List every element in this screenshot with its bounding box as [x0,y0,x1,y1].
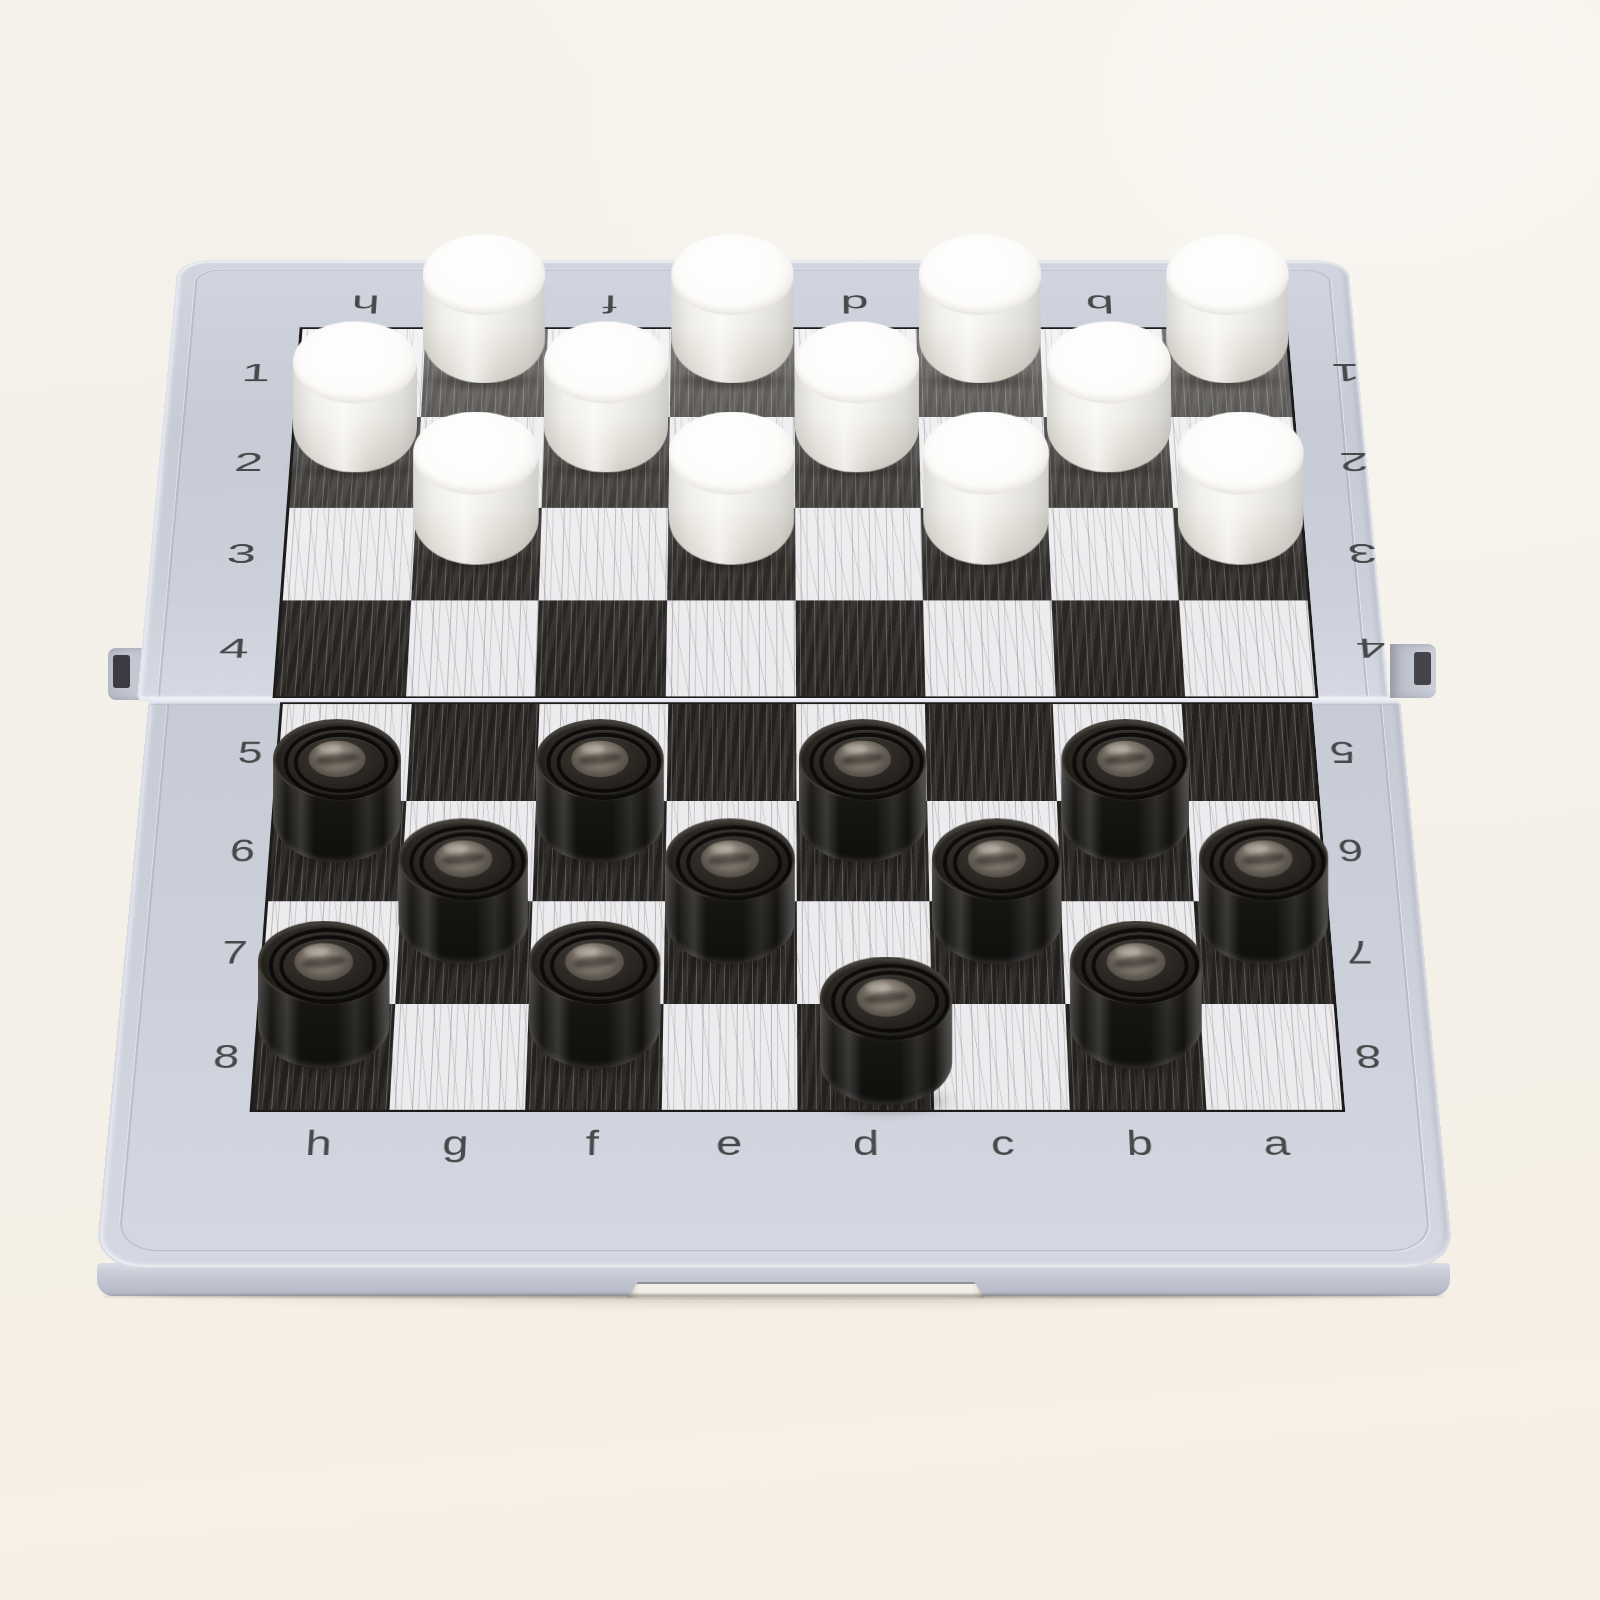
square-d3[interactable] [795,507,924,600]
photo-scene: 11223344hgfedcba 55667788hgfedcba [0,0,1600,1600]
square-c6[interactable] [927,801,1061,901]
square-g5[interactable] [406,704,540,801]
square-h5[interactable] [276,704,412,801]
piece-top-face [528,921,660,1003]
file-label-bottom-d: d [820,1121,913,1166]
square-g4[interactable] [406,601,539,697]
square-h4[interactable] [276,601,411,697]
square-b5[interactable] [1053,704,1187,801]
square-g1[interactable] [421,329,549,417]
piece-top-face [1070,921,1202,1003]
square-a7[interactable] [1193,901,1333,1004]
board-lower-half: 55667788hgfedcba [95,699,1454,1268]
piece-top-face [423,234,545,315]
piece-top-face [414,412,540,495]
piece-center-dome [294,943,353,980]
square-c5[interactable] [924,704,1056,801]
square-b1[interactable] [1039,329,1167,417]
square-e6[interactable] [665,801,797,901]
piece-top-face [668,412,794,495]
rank-label-right-3: 3 [1316,538,1410,569]
piece-center-dome [1106,943,1165,980]
file-label-top-d: d [811,290,899,318]
square-d4[interactable] [795,601,925,697]
square-g8[interactable] [389,1004,529,1110]
piece-top-face [923,412,1049,495]
square-f3[interactable] [539,507,668,600]
square-a5[interactable] [1181,704,1317,801]
square-b4[interactable] [1051,601,1185,697]
square-g6[interactable] [400,801,536,901]
square-g7[interactable] [395,901,533,1004]
rank-label-left-4: 4 [186,632,281,664]
piece-center-dome [565,943,624,980]
file-label-bottom-f: f [546,1121,639,1166]
square-h1[interactable] [296,329,425,417]
piece-white-g3[interactable] [414,412,540,565]
file-label-bottom-g: g [408,1121,502,1166]
file-label-bottom-e: e [683,1121,776,1166]
piece-top-face [671,234,793,315]
square-b2[interactable] [1043,417,1173,508]
square-f4[interactable] [536,601,667,697]
file-label-bottom-b: b [1092,1121,1187,1166]
square-e7[interactable] [663,901,797,1004]
square-b3[interactable] [1047,507,1179,600]
square-d1[interactable] [794,329,919,417]
piece-center-dome [856,979,915,1017]
square-b6[interactable] [1057,801,1193,901]
rank-label-left-3: 3 [195,538,289,569]
piece-top-face [1167,234,1289,315]
square-f5[interactable] [536,704,668,801]
square-a8[interactable] [1199,1004,1342,1110]
rank-label-right-8: 8 [1321,1035,1416,1078]
rank-label-right-1: 1 [1300,358,1391,387]
square-e5[interactable] [666,704,796,801]
square-e1[interactable] [670,329,795,417]
piece-black-b8[interactable] [1070,921,1202,1069]
file-label-top-f: f [566,290,654,318]
file-label-bottom-a: a [1229,1121,1324,1166]
board-upper-half: 11223344hgfedcba [137,260,1390,701]
square-d5[interactable] [796,704,927,801]
square-f1[interactable] [545,329,671,417]
square-f2[interactable] [542,417,670,508]
piece-black-d8[interactable] [820,957,953,1106]
rank-label-left-1: 1 [210,358,301,387]
piece-white-c3[interactable] [923,412,1049,565]
square-a1[interactable] [1162,329,1292,417]
piece-top-face [258,921,390,1003]
file-label-bottom-h: h [271,1121,366,1166]
file-label-top-h: h [321,290,410,318]
square-c1[interactable] [917,329,1044,417]
rank-label-right-4: 4 [1323,632,1418,664]
piece-top-face [1178,412,1304,495]
square-a4[interactable] [1179,601,1315,697]
square-h2[interactable] [289,417,420,508]
square-c4[interactable] [923,601,1055,697]
file-label-bottom-c: c [956,1121,1050,1166]
rank-label-right-2: 2 [1308,447,1401,477]
square-h6[interactable] [268,801,406,901]
piece-top-face [820,957,953,1040]
file-label-top-b: b [1055,290,1144,318]
piece-black-f8[interactable] [528,921,660,1069]
square-a6[interactable] [1187,801,1325,901]
piece-white-e3[interactable] [668,412,794,565]
square-f6[interactable] [533,801,667,901]
square-d2[interactable] [794,417,921,508]
square-h3[interactable] [283,507,416,600]
square-e4[interactable] [666,601,796,697]
piece-top-face [919,234,1041,315]
piece-black-h8[interactable] [258,921,390,1069]
square-e8[interactable] [661,1004,797,1110]
tray-latch-notch [627,1282,985,1298]
rank-label-left-2: 2 [203,447,295,477]
piece-white-a3[interactable] [1178,412,1304,565]
square-d6[interactable] [796,801,928,901]
